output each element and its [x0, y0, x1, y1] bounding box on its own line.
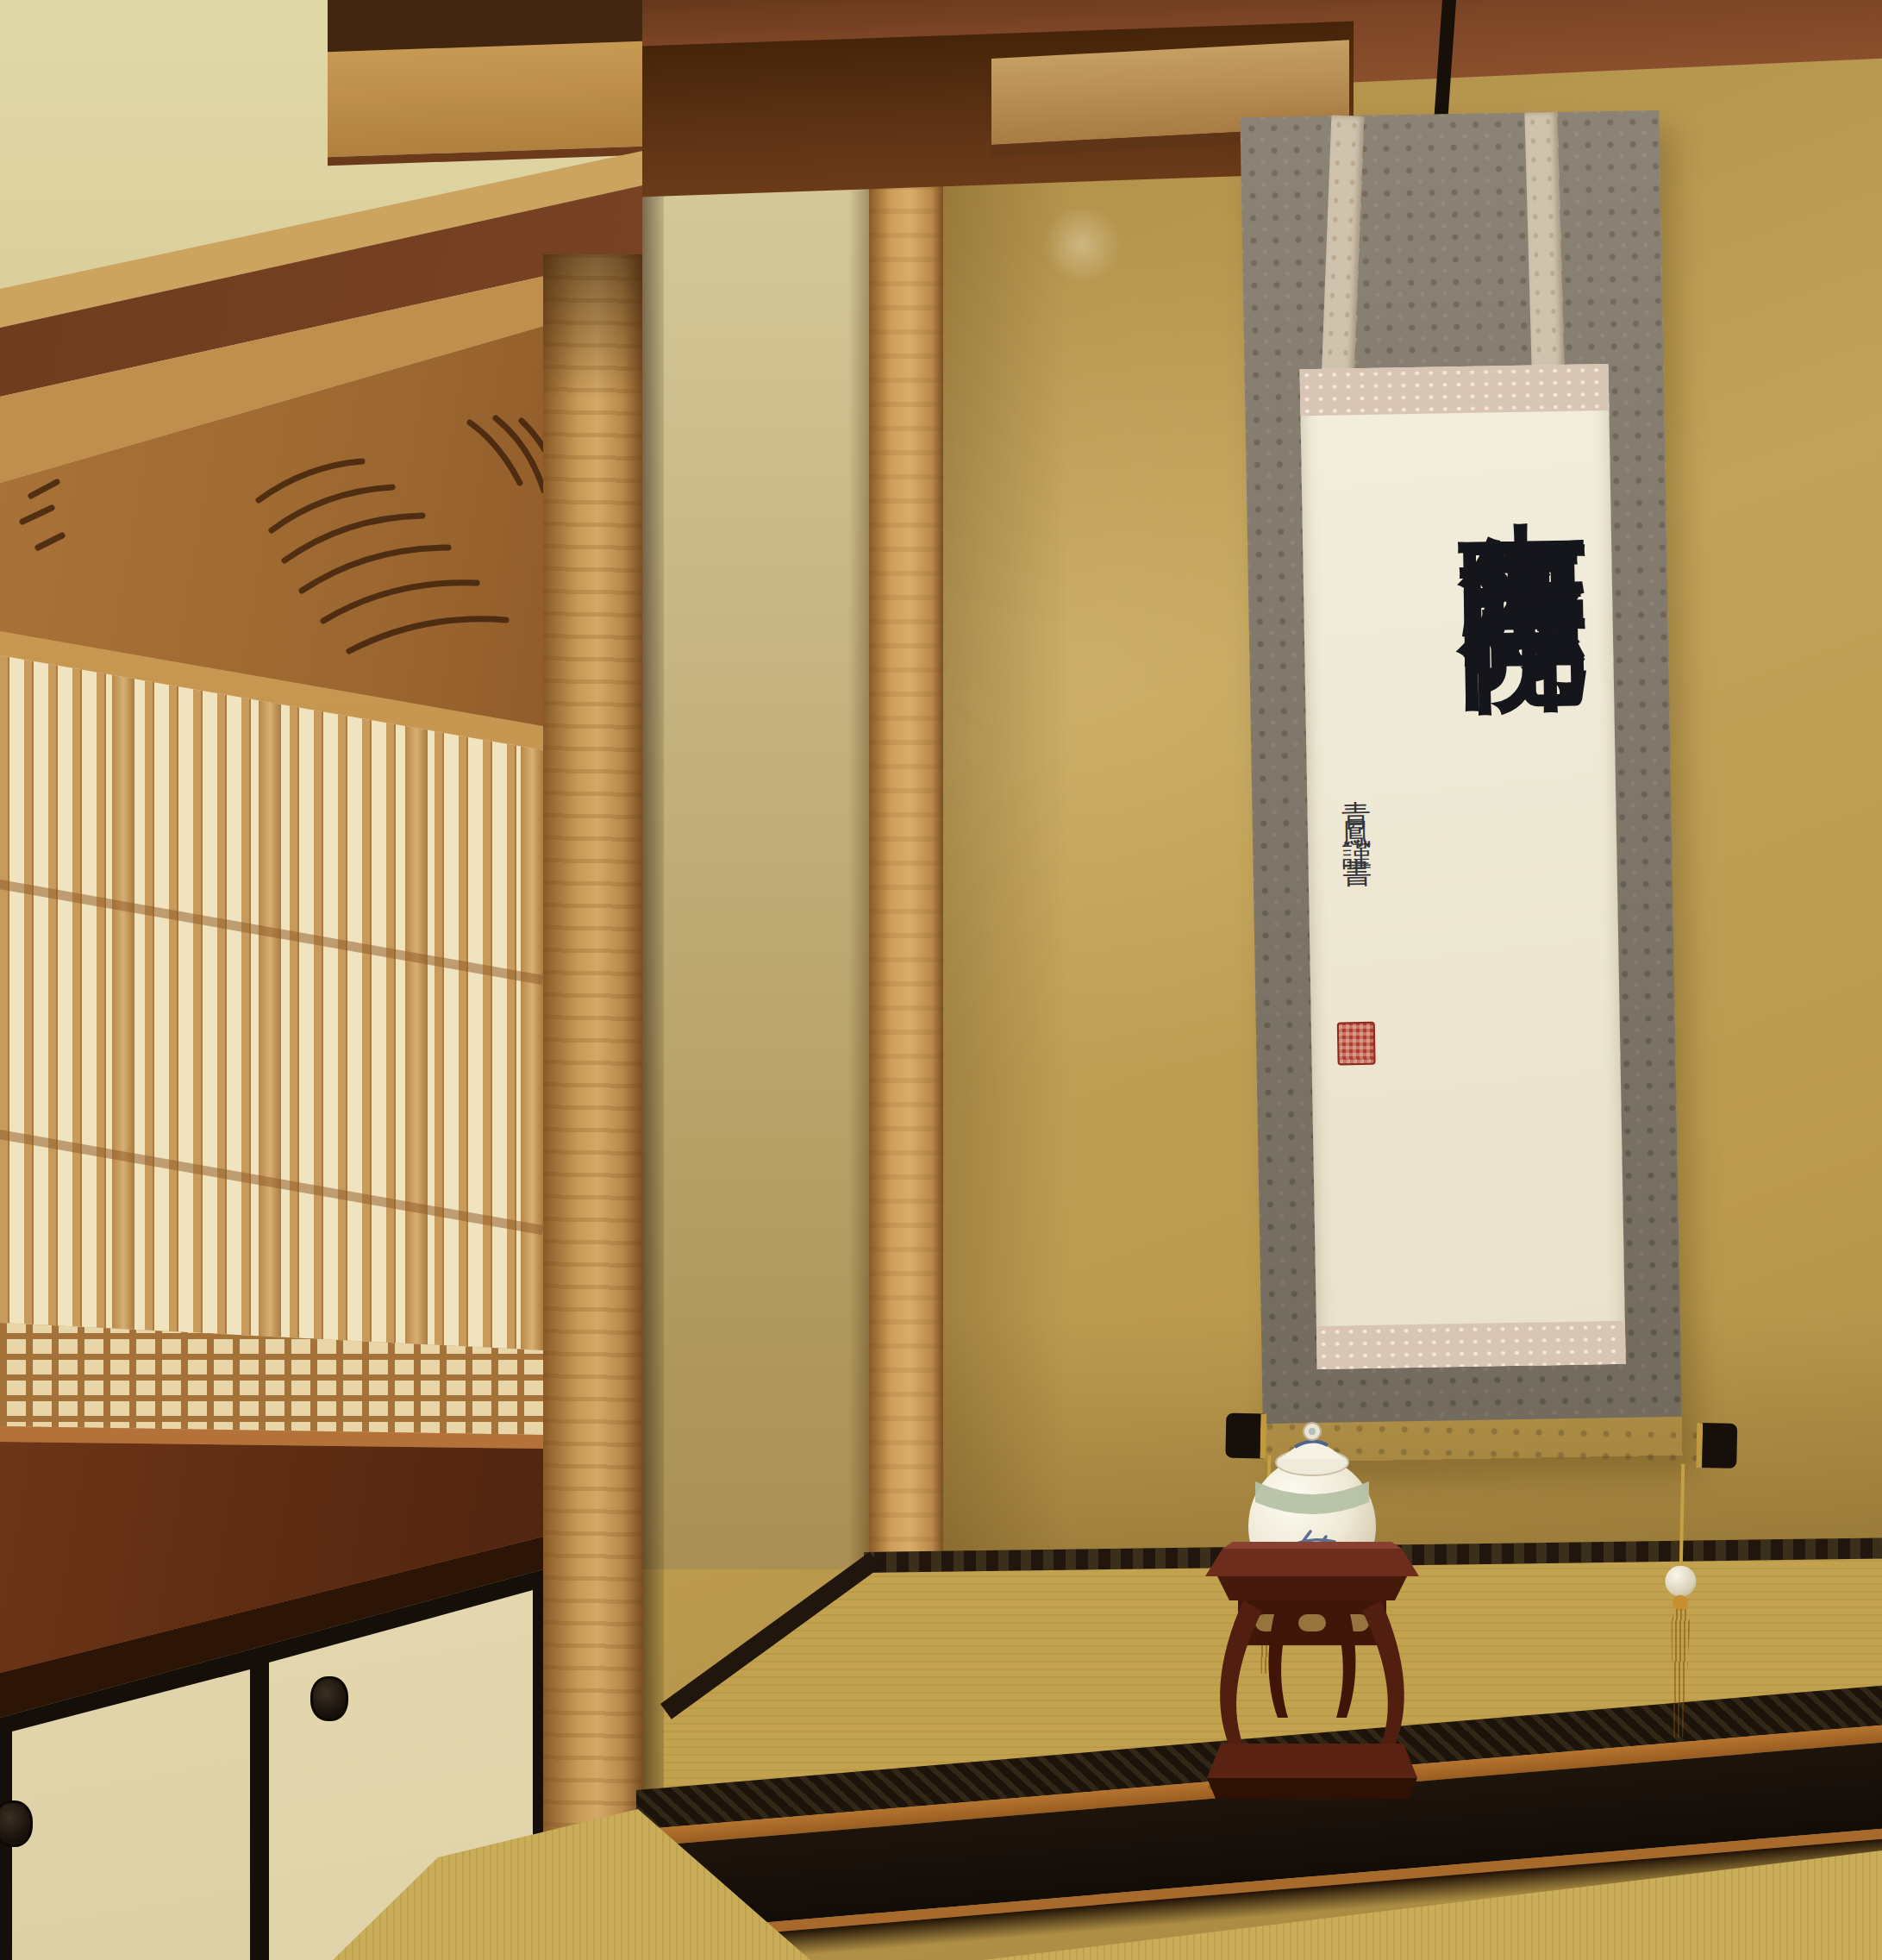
- display-stand-and-jar: [1183, 1342, 1441, 1807]
- shoji-stile: [112, 638, 134, 1380]
- scroll-ichimonji-top: [1300, 364, 1610, 416]
- fuchin-ball: [1665, 1565, 1697, 1597]
- center-wood-post: [869, 112, 943, 1565]
- artist-seal: [1337, 1022, 1376, 1066]
- scroll-signature: 青鳳謹書: [1329, 778, 1375, 1037]
- side-wall-inner-shadow: [848, 112, 871, 1569]
- scroll-paper: 南無阿弥陀佛 青鳳謹書: [1300, 364, 1626, 1369]
- scroll-calligraphy: 南無阿弥陀佛: [1372, 416, 1603, 1290]
- scroll-roller-end-right: [1696, 1423, 1737, 1468]
- bay-corner-post: [543, 254, 642, 1960]
- room-photo: 南無阿弥陀佛 青鳳謹書: [0, 0, 1882, 1960]
- wall-corner-shadow: [940, 129, 1069, 1561]
- fuchin-string: [1679, 1464, 1685, 1568]
- shoin-bay: [0, 0, 642, 1960]
- fuchin-bead: [1673, 1594, 1688, 1610]
- door-pull-left: [0, 1800, 33, 1847]
- hanging-scroll: 南無阿弥陀佛 青鳳謹書: [1240, 110, 1682, 1462]
- shoji-stile: [405, 638, 428, 1380]
- fuchin-tassel: [1669, 1608, 1691, 1738]
- shoji-stile: [259, 638, 281, 1380]
- bay-post-shadow: [543, 254, 642, 401]
- alcove-side-wall: [642, 112, 871, 1569]
- door-pull-right: [310, 1676, 348, 1721]
- rosewood-stand: [1205, 1542, 1419, 1799]
- bay-lintel: [328, 41, 642, 166]
- lens-flare: [1039, 209, 1125, 279]
- corner-shadow-gap: [640, 112, 664, 1794]
